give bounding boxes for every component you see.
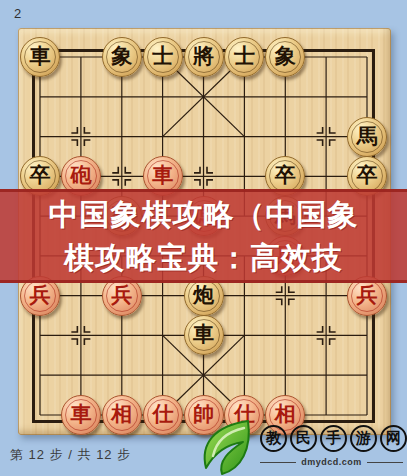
move-counter: 第 12 步 / 共 12 步 (10, 446, 131, 464)
banner-title-line2: 棋攻略宝典：高效技 (64, 236, 343, 279)
logo-characters: 教 民 手 游 网 (260, 425, 407, 452)
xiangqi-piece-象[interactable]: 象 (265, 37, 305, 77)
logo-domain: dmydcd.com (260, 457, 403, 467)
xiangqi-piece-相[interactable]: 相 (102, 395, 142, 435)
page-number: 2 (14, 6, 21, 21)
banner-title-line1: 中国象棋攻略（中国象 (49, 193, 359, 236)
sprout-swirl-icon (198, 418, 260, 476)
logo-char: 民 (290, 425, 317, 452)
screenshot-root: 2 (0, 0, 407, 476)
site-watermark: 教 民 手 游 网 dmydcd.com (196, 416, 407, 476)
xiangqi-piece-士[interactable]: 士 (224, 37, 264, 77)
logo-char: 教 (260, 425, 287, 452)
article-title-banner: 中国象棋攻略（中国象 棋攻略宝典：高效技 (0, 189, 407, 283)
xiangqi-piece-車[interactable]: 車 (61, 395, 101, 435)
logo-char: 网 (380, 425, 407, 452)
xiangqi-piece-馬[interactable]: 馬 (347, 117, 387, 157)
xiangqi-piece-士[interactable]: 士 (143, 37, 183, 77)
xiangqi-piece-仕[interactable]: 仕 (143, 395, 183, 435)
xiangqi-piece-車[interactable]: 車 (184, 315, 224, 355)
logo-char: 游 (350, 425, 377, 452)
xiangqi-piece-車[interactable]: 車 (20, 37, 60, 77)
xiangqi-piece-將[interactable]: 將 (184, 37, 224, 77)
logo-char: 手 (320, 425, 347, 452)
xiangqi-piece-象[interactable]: 象 (102, 37, 142, 77)
